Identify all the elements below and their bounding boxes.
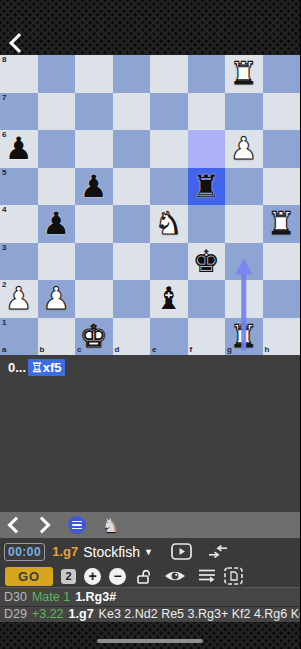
engine-name-dropdown[interactable]: Stockfish — [83, 544, 140, 560]
rank-label: 4 — [2, 206, 6, 214]
square-a1[interactable]: 1a — [0, 318, 38, 356]
black-bishop[interactable]: ♝ — [155, 283, 183, 314]
square-g2[interactable] — [225, 280, 263, 318]
swap-arrows-icon[interactable] — [208, 545, 228, 558]
square-c4[interactable] — [75, 205, 113, 243]
square-b2[interactable]: ♟ — [38, 280, 76, 318]
file-label: f — [190, 346, 193, 354]
navigation-toolbar: ♞ — [0, 512, 300, 538]
move-list: 0...♖xf5 — [0, 355, 300, 375]
black-pawn[interactable]: ♟ — [5, 133, 33, 164]
square-e7[interactable] — [150, 93, 188, 131]
rank-label: 1 — [2, 319, 6, 327]
file-label: b — [40, 346, 45, 354]
square-e4[interactable]: ♞ — [150, 205, 188, 243]
rank-label: 8 — [2, 56, 6, 64]
square-d4[interactable] — [113, 205, 151, 243]
white-pawn[interactable]: ♟ — [5, 283, 33, 314]
white-rook[interactable]: ♜ — [267, 208, 295, 239]
next-move-icon[interactable] — [34, 517, 51, 534]
eye-icon[interactable] — [164, 569, 186, 583]
white-pawn[interactable]: ♟ — [230, 133, 258, 164]
square-f3[interactable]: ♚ — [188, 243, 226, 281]
engine-lines-icon[interactable] — [198, 568, 217, 584]
black-pawn[interactable]: ♟ — [42, 208, 70, 239]
rank-label: 7 — [2, 94, 6, 102]
square-d3[interactable] — [113, 243, 151, 281]
white-rook[interactable]: ♜ — [230, 58, 258, 89]
square-h5[interactable] — [263, 168, 301, 206]
square-h2[interactable] — [263, 280, 301, 318]
square-a7[interactable]: 7 — [0, 93, 38, 131]
square-b8[interactable] — [38, 55, 76, 93]
black-pawn[interactable]: ♟ — [80, 171, 108, 202]
square-d1[interactable]: d — [113, 318, 151, 356]
square-g3[interactable] — [225, 243, 263, 281]
square-c3[interactable] — [75, 243, 113, 281]
multipv-count: 2 — [61, 569, 76, 584]
square-c7[interactable] — [75, 93, 113, 131]
engine-bar: 00:00 1.g7 Stockfish ▼ — [0, 538, 300, 565]
white-king[interactable]: ♚ — [80, 321, 108, 352]
file-label: a — [2, 346, 6, 354]
square-f6[interactable] — [188, 130, 226, 168]
square-e5[interactable] — [150, 168, 188, 206]
square-f7[interactable] — [188, 93, 226, 131]
square-c2[interactable] — [75, 280, 113, 318]
play-icon[interactable] — [171, 543, 192, 560]
chess-board[interactable]: 8♜76♟♟5♟♜4♟♞♜3♚2♟♟♝1abc♚defg♜h — [0, 55, 300, 355]
black-king[interactable]: ♚ — [192, 246, 220, 277]
home-indicator[interactable] — [97, 639, 203, 643]
rank-label: 5 — [2, 169, 6, 177]
square-f4[interactable] — [188, 205, 226, 243]
menu-hamburger-icon[interactable] — [68, 516, 86, 534]
square-h4[interactable]: ♜ — [263, 205, 301, 243]
square-g7[interactable] — [225, 93, 263, 131]
square-d2[interactable] — [113, 280, 151, 318]
square-f2[interactable] — [188, 280, 226, 318]
file-label: d — [115, 346, 120, 354]
square-c6[interactable] — [75, 130, 113, 168]
back-icon[interactable] — [9, 33, 29, 53]
square-b1[interactable]: b — [38, 318, 76, 356]
lock-open-icon[interactable] — [136, 569, 153, 584]
square-e8[interactable] — [150, 55, 188, 93]
chevron-down-icon[interactable]: ▼ — [144, 547, 153, 557]
remove-line-button[interactable]: − — [109, 568, 126, 585]
square-h1[interactable]: h — [263, 318, 301, 356]
best-move: 1.Rg3# — [75, 590, 116, 604]
engine-line-1[interactable]: D30Mate 11.Rg3# — [0, 587, 300, 606]
square-d5[interactable] — [113, 168, 151, 206]
square-f5[interactable]: ♜ — [188, 168, 226, 206]
selected-move[interactable]: ♖xf5 — [28, 359, 64, 376]
depth-label: D29 — [4, 607, 27, 621]
bottom-bezel — [0, 622, 300, 649]
notation-panel: 0...♖xf5 — [0, 355, 300, 512]
add-line-button[interactable]: + — [84, 568, 101, 585]
square-a3[interactable]: 3 — [0, 243, 38, 281]
square-d7[interactable] — [113, 93, 151, 131]
square-a2[interactable]: 2♟ — [0, 280, 38, 318]
square-e6[interactable] — [150, 130, 188, 168]
square-g1[interactable]: g♜ — [225, 318, 263, 356]
square-a6[interactable]: 6♟ — [0, 130, 38, 168]
go-button[interactable]: GO — [5, 567, 53, 586]
file-label: e — [152, 346, 156, 354]
top-header — [0, 0, 300, 55]
square-a5[interactable]: 5 — [0, 168, 38, 206]
pieces-knight-icon[interactable]: ♞ — [102, 516, 119, 535]
white-rook[interactable]: ♜ — [230, 321, 258, 352]
best-move: 1.g7 — [69, 607, 94, 621]
black-rook[interactable]: ♜ — [192, 171, 220, 202]
white-knight[interactable]: ♞ — [155, 208, 183, 239]
chess-analysis-app: 8♜76♟♟5♟♜4♟♞♜3♚2♟♟♝1abc♚defg♜h 0...♖xf5 … — [0, 0, 300, 649]
engine-current-move: 1.g7 — [52, 544, 78, 559]
square-e3[interactable] — [150, 243, 188, 281]
file-label: h — [265, 346, 270, 354]
eval-label: +3.22 — [32, 607, 64, 621]
move-number: 0... — [8, 360, 26, 375]
square-g5[interactable] — [225, 168, 263, 206]
engine-controls: GO 2 + − — [0, 565, 300, 587]
rank-label: 3 — [2, 244, 6, 252]
square-h3[interactable] — [263, 243, 301, 281]
square-b6[interactable] — [38, 130, 76, 168]
board-container: 8♜76♟♟5♟♜4♟♞♜3♚2♟♟♝1abc♚defg♜h — [0, 55, 300, 355]
square-b4[interactable]: ♟ — [38, 205, 76, 243]
square-e2[interactable]: ♝ — [150, 280, 188, 318]
square-c5[interactable]: ♟ — [75, 168, 113, 206]
square-a8[interactable]: 8 — [0, 55, 38, 93]
depth-label: D30 — [4, 590, 27, 604]
eval-label: Mate 1 — [32, 590, 70, 604]
square-f1[interactable]: f — [188, 318, 226, 356]
engine-clock: 00:00 — [4, 543, 45, 561]
square-h8[interactable] — [263, 55, 301, 93]
square-d6[interactable] — [113, 130, 151, 168]
square-g8[interactable]: ♜ — [225, 55, 263, 93]
white-pawn[interactable]: ♟ — [42, 283, 70, 314]
square-g4[interactable] — [225, 205, 263, 243]
square-h6[interactable] — [263, 130, 301, 168]
square-c8[interactable] — [75, 55, 113, 93]
square-g6[interactable]: ♟ — [225, 130, 263, 168]
chip-icon[interactable] — [223, 566, 244, 586]
square-c1[interactable]: c♚ — [75, 318, 113, 356]
square-b3[interactable] — [38, 243, 76, 281]
line-continuation: Ke3 2.Nd2 Re5 3.Rg3+ Kf2 4.Rg6 Ke3 5. — [99, 607, 300, 621]
prev-move-icon[interactable] — [8, 517, 25, 534]
engine-line-2[interactable]: D29+3.221.g7Ke3 2.Nd2 Re5 3.Rg3+ Kf2 4.R… — [0, 606, 300, 622]
square-a4[interactable]: 4 — [0, 205, 38, 243]
square-e1[interactable]: e — [150, 318, 188, 356]
square-f8[interactable] — [188, 55, 226, 93]
square-d8[interactable] — [113, 55, 151, 93]
square-h7[interactable] — [263, 93, 301, 131]
square-b7[interactable] — [38, 93, 76, 131]
square-b5[interactable] — [38, 168, 76, 206]
